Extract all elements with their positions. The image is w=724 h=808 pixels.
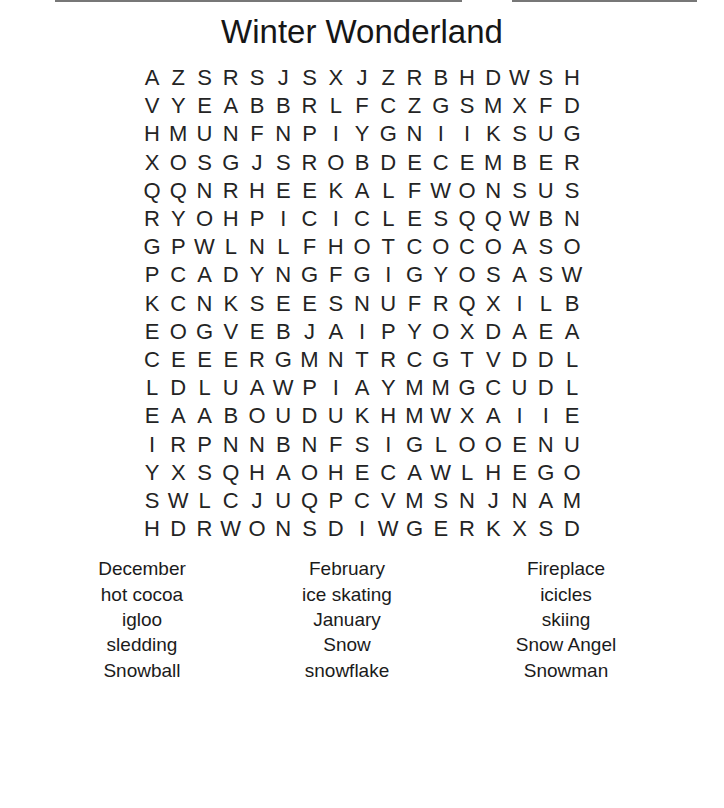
grid-cell[interactable]: D [533,346,559,374]
grid-cell[interactable]: O [454,430,480,458]
grid-cell[interactable]: L [191,487,217,515]
grid-cell[interactable]: M [480,92,506,120]
grid-cell[interactable]: E [165,346,191,374]
grid-cell[interactable]: N [533,430,559,458]
grid-cell[interactable]: L [454,459,480,487]
grid-cell[interactable]: A [349,177,375,205]
grid-cell[interactable]: R [454,515,480,543]
grid-cell[interactable]: C [401,346,427,374]
grid-cell[interactable]: E [296,177,322,205]
grid-cell[interactable]: B [270,92,296,120]
grid-cell[interactable]: R [296,92,322,120]
grid-cell[interactable]: I [454,120,480,148]
grid-cell[interactable]: N [270,120,296,148]
grid-cell[interactable]: O [454,177,480,205]
grid-cell[interactable]: N [349,290,375,318]
grid-cell[interactable]: E [296,290,322,318]
grid-cell[interactable]: G [428,92,454,120]
grid-cell[interactable]: A [506,233,532,261]
grid-cell[interactable]: I [323,374,349,402]
grid-cell[interactable]: H [480,459,506,487]
grid-cell[interactable]: C [480,374,506,402]
grid-cell[interactable]: E [506,430,532,458]
grid-cell[interactable]: H [139,515,165,543]
grid-cell[interactable]: G [270,346,296,374]
grid-cell[interactable]: U [191,120,217,148]
grid-cell[interactable]: Y [244,261,270,289]
grid-cell[interactable]: M [401,374,427,402]
grid-cell[interactable]: O [191,205,217,233]
grid-cell[interactable]: J [296,318,322,346]
grid-cell[interactable]: Y [349,120,375,148]
grid-cell[interactable]: S [480,261,506,289]
grid-cell[interactable]: E [506,459,532,487]
grid-cell[interactable]: R [218,177,244,205]
grid-cell[interactable]: D [559,515,585,543]
grid-cell[interactable]: K [349,402,375,430]
grid-cell[interactable]: D [218,261,244,289]
grid-cell[interactable]: F [296,233,322,261]
grid-cell[interactable]: R [559,149,585,177]
grid-cell[interactable]: S [191,64,217,92]
grid-cell[interactable]: A [506,318,532,346]
grid-cell[interactable]: R [296,149,322,177]
grid-cell[interactable]: B [270,430,296,458]
grid-cell[interactable]: I [375,430,401,458]
grid-cell[interactable]: H [559,64,585,92]
grid-cell[interactable]: R [375,346,401,374]
grid-cell[interactable]: B [270,318,296,346]
grid-cell[interactable]: C [349,205,375,233]
grid-cell[interactable]: R [139,205,165,233]
word-list-item: sledding [42,632,242,657]
grid-cell[interactable]: I [270,205,296,233]
grid-cell[interactable]: S [428,487,454,515]
screen-edge-artifact [512,0,697,2]
grid-cell[interactable]: B [244,92,270,120]
grid-cell[interactable]: P [323,487,349,515]
grid-cell[interactable]: Z [165,64,191,92]
grid-cell[interactable]: H [139,120,165,148]
grid-cell[interactable]: V [375,487,401,515]
grid-cell[interactable]: N [270,261,296,289]
grid-cell[interactable]: G [296,261,322,289]
grid-cell[interactable]: G [559,120,585,148]
grid-cell[interactable]: A [244,374,270,402]
grid-cell[interactable]: S [191,459,217,487]
grid-cell[interactable]: D [165,515,191,543]
grid-cell[interactable]: D [165,374,191,402]
grid-cell[interactable]: J [244,149,270,177]
grid-cell[interactable]: K [218,290,244,318]
grid-cell[interactable]: C [401,233,427,261]
grid-cell[interactable]: A [349,374,375,402]
grid-cell[interactable]: B [349,149,375,177]
grid-cell[interactable]: S [296,515,322,543]
grid-cell[interactable]: W [428,402,454,430]
grid-cell[interactable]: S [533,233,559,261]
grid-cell[interactable]: L [428,430,454,458]
word-list-item: Fireplace [466,556,666,581]
grid-cell[interactable]: M [296,346,322,374]
grid-cell[interactable]: N [191,290,217,318]
grid-cell[interactable]: H [454,64,480,92]
grid-cell[interactable]: H [323,459,349,487]
grid-cell[interactable]: Z [375,64,401,92]
grid-cell[interactable]: P [244,205,270,233]
grid-cell[interactable]: D [480,64,506,92]
grid-cell[interactable]: S [244,290,270,318]
grid-cell[interactable]: M [480,149,506,177]
grid-cell[interactable]: Y [428,261,454,289]
grid-cell[interactable]: X [480,290,506,318]
grid-cell[interactable]: I [533,402,559,430]
grid-cell[interactable]: O [323,149,349,177]
grid-cell[interactable]: Y [165,92,191,120]
grid-cell[interactable]: O [165,149,191,177]
grid-cell[interactable]: W [375,515,401,543]
grid-cell[interactable]: E [533,318,559,346]
grid-cell[interactable]: Q [218,459,244,487]
grid-cell[interactable]: H [323,233,349,261]
grid-cell[interactable]: X [454,318,480,346]
grid-cell[interactable]: A [139,64,165,92]
grid-cell[interactable]: I [349,515,375,543]
grid-cell[interactable]: K [139,290,165,318]
grid-cell[interactable]: G [139,233,165,261]
grid-cell[interactable]: L [191,374,217,402]
grid-cell[interactable]: V [480,346,506,374]
grid-cell[interactable]: G [401,515,427,543]
grid-cell[interactable]: A [191,402,217,430]
grid-cell[interactable]: O [480,430,506,458]
grid-cell[interactable]: P [191,430,217,458]
grid-cell[interactable]: S [454,92,480,120]
grid-cell[interactable]: D [296,402,322,430]
grid-cell[interactable]: S [323,290,349,318]
grid-cell[interactable]: C [296,205,322,233]
grid-cell[interactable]: N [218,120,244,148]
grid-cell[interactable]: U [270,487,296,515]
grid-cell[interactable]: W [559,261,585,289]
grid-cell[interactable]: W [428,177,454,205]
grid-cell[interactable]: O [428,233,454,261]
grid-cell[interactable]: C [454,233,480,261]
grid-cell[interactable]: Y [165,205,191,233]
grid-cell[interactable]: C [139,346,165,374]
grid-cell[interactable]: L [375,205,401,233]
grid-cell[interactable]: O [296,459,322,487]
grid-cell[interactable]: Q [296,487,322,515]
grid-cell[interactable]: N [270,515,296,543]
grid-cell[interactable]: A [401,459,427,487]
grid-cell[interactable]: C [165,261,191,289]
grid-cell[interactable]: M [401,487,427,515]
grid-cell[interactable]: L [139,374,165,402]
screen-edge-artifact [55,0,462,2]
grid-cell[interactable]: D [480,318,506,346]
grid-cell[interactable]: D [323,515,349,543]
grid-cell[interactable]: S [533,64,559,92]
grid-cell[interactable]: G [533,459,559,487]
grid-cell[interactable]: G [428,346,454,374]
grid-cell[interactable]: P [375,318,401,346]
grid-cell[interactable]: I [323,120,349,148]
grid-cell[interactable]: Q [454,205,480,233]
grid-cell[interactable]: C [349,487,375,515]
grid-cell[interactable]: L [559,374,585,402]
grid-cell[interactable]: B [428,64,454,92]
grid-cell[interactable]: E [244,318,270,346]
grid-cell[interactable]: E [218,346,244,374]
grid-cell[interactable]: X [454,402,480,430]
grid-cell[interactable]: F [323,430,349,458]
grid-cell[interactable]: X [139,149,165,177]
grid-cell[interactable]: T [454,346,480,374]
grid-cell[interactable]: S [506,177,532,205]
grid-cell[interactable]: I [323,205,349,233]
grid-cell[interactable]: P [296,374,322,402]
grid-cell[interactable]: M [165,120,191,148]
grid-cell[interactable]: R [244,346,270,374]
grid-cell[interactable]: R [428,290,454,318]
grid-cell[interactable]: W [218,515,244,543]
grid-cell[interactable]: G [454,374,480,402]
grid-cell[interactable]: K [480,515,506,543]
grid-cell[interactable]: O [454,261,480,289]
grid-cell[interactable]: D [506,346,532,374]
word-list-item: snowflake [247,658,447,683]
grid-cell[interactable]: I [139,430,165,458]
grid-cell[interactable]: J [349,64,375,92]
grid-cell[interactable]: F [323,261,349,289]
grid-cell[interactable]: L [533,290,559,318]
grid-cell[interactable]: K [480,120,506,148]
grid-cell[interactable]: Z [401,92,427,120]
grid-cell[interactable]: A [323,318,349,346]
word-list-column: Decemberhot cocoaigloosleddingSnowball [42,556,242,683]
grid-cell[interactable]: N [401,120,427,148]
grid-cell[interactable]: C [165,290,191,318]
word-list-item: Snow [247,632,447,657]
grid-cell[interactable]: A [191,261,217,289]
grid-cell[interactable]: R [165,430,191,458]
grid-cell[interactable]: B [218,402,244,430]
grid-cell[interactable]: L [375,177,401,205]
grid-cell[interactable]: X [506,92,532,120]
grid-cell[interactable]: W [506,64,532,92]
grid-cell[interactable]: X [165,459,191,487]
grid-cell[interactable]: W [165,487,191,515]
grid-cell[interactable]: E [139,318,165,346]
grid-cell[interactable]: N [559,205,585,233]
grid-cell[interactable]: N [191,177,217,205]
grid-cell[interactable]: R [191,515,217,543]
grid-cell[interactable]: C [375,459,401,487]
grid-cell[interactable]: S [533,261,559,289]
grid-cell[interactable]: A [533,487,559,515]
grid-cell[interactable]: E [559,402,585,430]
grid-cell[interactable]: Q [165,177,191,205]
grid-cell[interactable]: U [270,402,296,430]
grid-cell[interactable]: S [349,430,375,458]
grid-cell[interactable]: M [559,487,585,515]
grid-cell[interactable]: G [191,318,217,346]
grid-cell[interactable]: O [244,402,270,430]
grid-cell[interactable]: H [375,402,401,430]
grid-cell[interactable]: F [349,92,375,120]
grid-cell[interactable]: O [244,515,270,543]
grid-cell[interactable]: S [191,149,217,177]
grid-cell[interactable]: U [533,120,559,148]
grid-cell[interactable]: P [296,120,322,148]
grid-cell[interactable]: I [506,402,532,430]
grid-cell[interactable]: S [428,205,454,233]
grid-cell[interactable]: Y [139,459,165,487]
grid-cell[interactable]: J [244,487,270,515]
grid-cell[interactable]: U [218,374,244,402]
grid-cell[interactable]: G [401,261,427,289]
grid-cell[interactable]: T [349,346,375,374]
grid-cell[interactable]: C [218,487,244,515]
grid-cell[interactable]: O [428,318,454,346]
grid-cell[interactable]: C [375,92,401,120]
grid-cell[interactable]: S [244,64,270,92]
grid-cell[interactable]: B [506,149,532,177]
word-list-item: icicles [466,582,666,607]
grid-cell[interactable]: E [139,402,165,430]
grid-cell[interactable]: D [559,92,585,120]
grid-cell[interactable]: D [375,149,401,177]
grid-cell[interactable]: P [165,233,191,261]
grid-cell[interactable]: T [375,233,401,261]
grid-cell[interactable]: U [323,402,349,430]
grid-cell[interactable]: F [401,290,427,318]
grid-cell[interactable]: U [533,177,559,205]
grid-cell[interactable]: E [428,515,454,543]
grid-cell[interactable]: N [323,346,349,374]
grid-cell[interactable]: F [533,92,559,120]
grid-cell[interactable]: E [270,177,296,205]
grid-cell[interactable]: O [165,318,191,346]
grid-cell[interactable]: C [428,149,454,177]
grid-cell[interactable]: I [428,120,454,148]
grid-cell[interactable]: G [401,430,427,458]
grid-cell[interactable]: K [323,177,349,205]
grid-cell[interactable]: Y [401,318,427,346]
grid-cell[interactable]: W [428,459,454,487]
grid-cell[interactable]: P [139,261,165,289]
grid-cell[interactable]: N [244,430,270,458]
grid-cell[interactable]: U [559,430,585,458]
grid-cell[interactable]: I [375,261,401,289]
grid-cell[interactable]: A [165,402,191,430]
grid-cell[interactable]: G [375,120,401,148]
grid-cell[interactable]: Q [454,290,480,318]
grid-cell[interactable]: Y [375,374,401,402]
grid-cell[interactable]: S [533,515,559,543]
grid-cell[interactable]: N [506,487,532,515]
grid-cell[interactable]: A [559,318,585,346]
grid-cell[interactable]: A [480,402,506,430]
grid-cell[interactable]: S [139,487,165,515]
grid-cell[interactable]: X [323,64,349,92]
grid-cell[interactable]: U [375,290,401,318]
grid-cell[interactable]: V [139,92,165,120]
grid-cell[interactable]: Q [480,205,506,233]
grid-cell[interactable]: E [401,149,427,177]
grid-cell[interactable]: S [559,177,585,205]
grid-cell[interactable]: A [506,261,532,289]
grid-cell[interactable]: S [270,149,296,177]
grid-cell[interactable]: E [349,459,375,487]
grid-cell[interactable]: N [296,430,322,458]
grid-cell[interactable]: L [323,92,349,120]
grid-cell[interactable]: D [533,374,559,402]
word-list-item: Snowball [42,658,242,683]
grid-cell[interactable]: B [559,290,585,318]
grid-cell[interactable]: N [244,233,270,261]
grid-cell[interactable]: F [244,120,270,148]
grid-cell[interactable]: Q [139,177,165,205]
grid-cell[interactable]: H [218,205,244,233]
grid-cell[interactable]: H [244,177,270,205]
grid-cell[interactable]: M [428,374,454,402]
grid-cell[interactable]: H [244,459,270,487]
grid-cell[interactable]: J [480,487,506,515]
grid-cell[interactable]: L [218,233,244,261]
grid-cell[interactable]: U [506,374,532,402]
grid-cell[interactable]: O [349,233,375,261]
grid-cell[interactable]: B [533,205,559,233]
grid-cell[interactable]: V [218,318,244,346]
grid-cell[interactable]: E [454,149,480,177]
grid-cell[interactable]: I [506,290,532,318]
grid-cell[interactable]: W [506,205,532,233]
grid-cell[interactable]: O [559,459,585,487]
grid-cell[interactable]: E [533,149,559,177]
grid-cell[interactable]: G [349,261,375,289]
grid-cell[interactable]: J [270,64,296,92]
grid-cell[interactable]: O [559,233,585,261]
grid-cell[interactable]: N [480,177,506,205]
grid-cell[interactable]: W [191,233,217,261]
grid-cell[interactable]: E [191,92,217,120]
grid-cell[interactable]: E [191,346,217,374]
grid-cell[interactable]: N [218,430,244,458]
grid-cell[interactable]: O [480,233,506,261]
grid-cell[interactable]: I [349,318,375,346]
grid-cell[interactable]: R [218,64,244,92]
grid-cell[interactable]: L [559,346,585,374]
grid-cell[interactable]: N [454,487,480,515]
grid-cell[interactable]: W [270,374,296,402]
grid-cell[interactable]: G [218,149,244,177]
grid-cell[interactable]: E [401,205,427,233]
grid-cell[interactable]: F [401,177,427,205]
puzzle-title: Winter Wonderland [0,0,724,52]
grid-cell[interactable]: A [270,459,296,487]
grid-cell[interactable]: S [506,120,532,148]
grid-cell[interactable]: R [401,64,427,92]
grid-cell[interactable]: A [218,92,244,120]
grid-cell[interactable]: L [270,233,296,261]
grid-cell[interactable]: X [506,515,532,543]
grid-cell[interactable]: E [270,290,296,318]
grid-cell[interactable]: S [296,64,322,92]
grid-cell[interactable]: M [401,402,427,430]
word-list-item: December [42,556,242,581]
